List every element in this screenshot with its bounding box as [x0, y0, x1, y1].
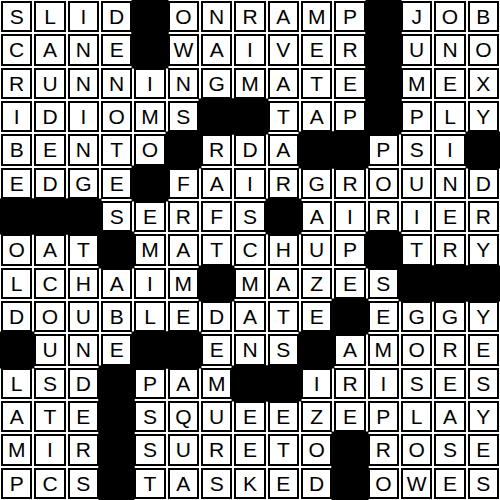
letter-cell-r5c9[interactable]: A — [268, 134, 299, 165]
block-cell-r9c7 — [200, 267, 233, 300]
letter-cell-r15c12[interactable]: O — [368, 468, 399, 499]
letter-cell-r13c2[interactable]: T — [34, 401, 65, 432]
letter-cell-r12c15[interactable]: S — [468, 368, 499, 399]
letter-cell-r12c1[interactable]: L — [1, 368, 32, 399]
letter-cell-r3c5[interactable]: I — [134, 68, 165, 99]
letter-cell-r13c8[interactable]: E — [234, 401, 265, 432]
letter-cell-r12c7[interactable]: M — [201, 368, 232, 399]
letter-cell-r4c10[interactable]: A — [301, 101, 332, 132]
letter-cell-r3c9[interactable]: A — [268, 68, 299, 99]
block-cell-r11c10 — [300, 333, 333, 366]
letter-cell-r7c14[interactable]: E — [434, 201, 465, 232]
letter-cell-r14c15[interactable]: E — [468, 434, 499, 465]
letter-cell-r2c1[interactable]: C — [1, 34, 32, 65]
block-cell-r7c1 — [0, 200, 33, 233]
letter-cell-r10c9[interactable]: T — [268, 301, 299, 332]
letter-cell-r7c8[interactable]: S — [234, 201, 265, 232]
letter-cell-r7c10[interactable]: A — [301, 201, 332, 232]
letter-cell-r13c10[interactable]: Z — [301, 401, 332, 432]
letter-cell-r5c1[interactable]: B — [1, 134, 32, 165]
letter-cell-r15c3[interactable]: S — [68, 468, 99, 499]
letter-cell-r10c14[interactable]: G — [434, 301, 465, 332]
letter-cell-r5c4[interactable]: T — [101, 134, 132, 165]
letter-cell-r5c3[interactable]: N — [68, 134, 99, 165]
block-cell-r4c12 — [367, 100, 400, 133]
letter-cell-r3c10[interactable]: T — [301, 68, 332, 99]
letter-cell-r6c8[interactable]: I — [234, 168, 265, 199]
letter-cell-r4c11[interactable]: P — [334, 101, 365, 132]
letter-cell-r11c7[interactable]: E — [201, 334, 232, 365]
block-cell-r4c8 — [233, 100, 266, 133]
block-cell-r12c4 — [100, 367, 133, 400]
letter-cell-r7c15[interactable]: R — [468, 201, 499, 232]
letter-cell-r1c13[interactable]: J — [401, 1, 432, 32]
letter-cell-r4c2[interactable]: D — [34, 101, 65, 132]
letter-cell-r11c2[interactable]: U — [34, 334, 65, 365]
letter-cell-r10c1[interactable]: D — [1, 301, 32, 332]
letter-cell-r9c11[interactable]: E — [334, 268, 365, 299]
letter-cell-r15c10[interactable]: D — [301, 468, 332, 499]
letter-cell-r6c9[interactable]: R — [268, 168, 299, 199]
crossword-grid: SLIDONRAMPJOBCANEWAIVERUNORUNNINGMATEMEX… — [0, 0, 500, 500]
letter-cell-r8c11[interactable]: P — [334, 234, 365, 265]
letter-cell-r1c10[interactable]: M — [301, 1, 332, 32]
letter-cell-r5c12[interactable]: P — [368, 134, 399, 165]
letter-cell-r11c12[interactable]: M — [368, 334, 399, 365]
letter-cell-r1c15[interactable]: B — [468, 1, 499, 32]
block-cell-r1c5 — [133, 0, 166, 33]
letter-cell-r3c7[interactable]: G — [201, 68, 232, 99]
letter-cell-r1c11[interactable]: P — [334, 1, 365, 32]
letter-cell-r14c7[interactable]: R — [201, 434, 232, 465]
letter-cell-r10c4[interactable]: B — [101, 301, 132, 332]
block-cell-r7c9 — [267, 200, 300, 233]
letter-cell-r6c12[interactable]: O — [368, 168, 399, 199]
letter-cell-r7c11[interactable]: I — [334, 201, 365, 232]
letter-cell-r13c3[interactable]: E — [68, 401, 99, 432]
block-cell-r4c7 — [200, 100, 233, 133]
block-cell-r12c8 — [233, 367, 266, 400]
letter-cell-r10c6[interactable]: E — [168, 301, 199, 332]
letter-cell-r8c14[interactable]: R — [434, 234, 465, 265]
letter-cell-r2c8[interactable]: I — [234, 34, 265, 65]
letter-cell-r10c5[interactable]: L — [134, 301, 165, 332]
letter-cell-r8c7[interactable]: T — [201, 234, 232, 265]
letter-cell-r5c2[interactable]: E — [34, 134, 65, 165]
letter-cell-r6c6[interactable]: F — [168, 168, 199, 199]
block-cell-r3c12 — [367, 67, 400, 100]
letter-cell-r13c14[interactable]: A — [434, 401, 465, 432]
letter-cell-r4c14[interactable]: L — [434, 101, 465, 132]
letter-cell-r5c5[interactable]: O — [134, 134, 165, 165]
letter-cell-r2c4[interactable]: E — [101, 34, 132, 65]
block-cell-r9c13 — [400, 267, 433, 300]
letter-cell-r4c1[interactable]: I — [1, 101, 32, 132]
letter-cell-r1c14[interactable]: O — [434, 1, 465, 32]
letter-cell-r4c13[interactable]: P — [401, 101, 432, 132]
letter-cell-r9c1[interactable]: L — [1, 268, 32, 299]
letter-cell-r2c3[interactable]: N — [68, 34, 99, 65]
letter-cell-r3c13[interactable]: M — [401, 68, 432, 99]
letter-cell-r14c12[interactable]: R — [368, 434, 399, 465]
letter-cell-r14c9[interactable]: T — [268, 434, 299, 465]
letter-cell-r2c11[interactable]: R — [334, 34, 365, 65]
letter-cell-r7c13[interactable]: I — [401, 201, 432, 232]
letter-cell-r10c8[interactable]: A — [234, 301, 265, 332]
block-cell-r10c11 — [333, 300, 366, 333]
letter-cell-r15c6[interactable]: A — [168, 468, 199, 499]
letter-cell-r8c6[interactable]: A — [168, 234, 199, 265]
letter-cell-r4c3[interactable]: I — [68, 101, 99, 132]
letter-cell-r15c13[interactable]: W — [401, 468, 432, 499]
letter-cell-r12c14[interactable]: E — [434, 368, 465, 399]
letter-cell-r2c7[interactable]: A — [201, 34, 232, 65]
letter-cell-r14c14[interactable]: S — [434, 434, 465, 465]
letter-cell-r8c15[interactable]: Y — [468, 234, 499, 265]
letter-cell-r3c3[interactable]: N — [68, 68, 99, 99]
letter-cell-r4c9[interactable]: T — [268, 101, 299, 132]
block-cell-r2c5 — [133, 33, 166, 66]
letter-cell-r1c9[interactable]: A — [268, 1, 299, 32]
letter-cell-r6c1[interactable]: E — [1, 168, 32, 199]
letter-cell-r14c2[interactable]: I — [34, 434, 65, 465]
letter-cell-r4c5[interactable]: M — [134, 101, 165, 132]
letter-cell-r8c10[interactable]: U — [301, 234, 332, 265]
letter-cell-r3c1[interactable]: R — [1, 68, 32, 99]
letter-cell-r1c7[interactable]: N — [201, 1, 232, 32]
letter-cell-r9c9[interactable]: A — [268, 268, 299, 299]
letter-cell-r15c14[interactable]: E — [434, 468, 465, 499]
letter-cell-r11c11[interactable]: A — [334, 334, 365, 365]
letter-cell-r11c9[interactable]: S — [268, 334, 299, 365]
letter-cell-r10c2[interactable]: O — [34, 301, 65, 332]
block-cell-r11c1 — [0, 333, 33, 366]
letter-cell-r14c6[interactable]: U — [168, 434, 199, 465]
letter-cell-r13c15[interactable]: Y — [468, 401, 499, 432]
letter-cell-r10c12[interactable]: E — [368, 301, 399, 332]
letter-cell-r3c15[interactable]: X — [468, 68, 499, 99]
letter-cell-r6c13[interactable]: U — [401, 168, 432, 199]
letter-cell-r1c4[interactable]: D — [101, 1, 132, 32]
letter-cell-r14c8[interactable]: E — [234, 434, 265, 465]
block-cell-r7c3 — [67, 200, 100, 233]
letter-cell-r5c13[interactable]: S — [401, 134, 432, 165]
letter-cell-r15c5[interactable]: T — [134, 468, 165, 499]
letter-cell-r1c2[interactable]: L — [34, 1, 65, 32]
letter-cell-r10c15[interactable]: Y — [468, 301, 499, 332]
letter-cell-r15c8[interactable]: K — [234, 468, 265, 499]
letter-cell-r7c7[interactable]: F — [201, 201, 232, 232]
letter-cell-r4c15[interactable]: Y — [468, 101, 499, 132]
letter-cell-r4c6[interactable]: S — [168, 101, 199, 132]
letter-cell-r15c2[interactable]: C — [34, 468, 65, 499]
letter-cell-r8c5[interactable]: M — [134, 234, 165, 265]
letter-cell-r4c4[interactable]: O — [101, 101, 132, 132]
block-cell-r11c6 — [167, 333, 200, 366]
letter-cell-r6c10[interactable]: G — [301, 168, 332, 199]
letter-cell-r9c5[interactable]: I — [134, 268, 165, 299]
letter-cell-r5c14[interactable]: I — [434, 134, 465, 165]
letter-cell-r12c6[interactable]: A — [168, 368, 199, 399]
letter-cell-r11c4[interactable]: E — [101, 334, 132, 365]
letter-cell-r6c14[interactable]: N — [434, 168, 465, 199]
letter-cell-r12c3[interactable]: D — [68, 368, 99, 399]
letter-cell-r13c12[interactable]: P — [368, 401, 399, 432]
letter-cell-r8c1[interactable]: O — [1, 234, 32, 265]
letter-cell-r11c8[interactable]: N — [234, 334, 265, 365]
letter-cell-r13c7[interactable]: U — [201, 401, 232, 432]
block-cell-r9c14 — [433, 267, 466, 300]
letter-cell-r6c7[interactable]: A — [201, 168, 232, 199]
letter-cell-r13c1[interactable]: A — [1, 401, 32, 432]
letter-cell-r15c9[interactable]: E — [268, 468, 299, 499]
block-cell-r14c4 — [100, 433, 133, 466]
letter-cell-r10c7[interactable]: D — [201, 301, 232, 332]
letter-cell-r2c10[interactable]: E — [301, 34, 332, 65]
letter-cell-r14c13[interactable]: O — [401, 434, 432, 465]
block-cell-r8c4 — [100, 233, 133, 266]
letter-cell-r6c2[interactable]: D — [34, 168, 65, 199]
letter-cell-r5c8[interactable]: D — [234, 134, 265, 165]
letter-cell-r5c7[interactable]: R — [201, 134, 232, 165]
letter-cell-r15c1[interactable]: P — [1, 468, 32, 499]
letter-cell-r6c3[interactable]: G — [68, 168, 99, 199]
block-cell-r1c12 — [367, 0, 400, 33]
letter-cell-r12c5[interactable]: P — [134, 368, 165, 399]
letter-cell-r12c13[interactable]: S — [401, 368, 432, 399]
letter-cell-r15c15[interactable]: S — [468, 468, 499, 499]
letter-cell-r1c1[interactable]: S — [1, 1, 32, 32]
letter-cell-r7c12[interactable]: R — [368, 201, 399, 232]
letter-cell-r14c1[interactable]: M — [1, 434, 32, 465]
letter-cell-r7c5[interactable]: E — [134, 201, 165, 232]
letter-cell-r13c6[interactable]: Q — [168, 401, 199, 432]
letter-cell-r9c6[interactable]: M — [168, 268, 199, 299]
block-cell-r15c4 — [100, 467, 133, 500]
letter-cell-r13c11[interactable]: E — [334, 401, 365, 432]
letter-cell-r3c14[interactable]: E — [434, 68, 465, 99]
letter-cell-r12c11[interactable]: R — [334, 368, 365, 399]
letter-cell-r3c8[interactable]: M — [234, 68, 265, 99]
letter-cell-r13c9[interactable]: E — [268, 401, 299, 432]
letter-cell-r7c4[interactable]: S — [101, 201, 132, 232]
letter-cell-r7c6[interactable]: R — [168, 201, 199, 232]
letter-cell-r2c13[interactable]: U — [401, 34, 432, 65]
letter-cell-r10c10[interactable]: E — [301, 301, 332, 332]
block-cell-r2c12 — [367, 33, 400, 66]
letter-cell-r8c8[interactable]: C — [234, 234, 265, 265]
block-cell-r13c4 — [100, 400, 133, 433]
letter-cell-r13c5[interactable]: S — [134, 401, 165, 432]
letter-cell-r8c3[interactable]: T — [68, 234, 99, 265]
block-cell-r5c15 — [467, 133, 500, 166]
letter-cell-r6c11[interactable]: R — [334, 168, 365, 199]
letter-cell-r1c8[interactable]: R — [234, 1, 265, 32]
letter-cell-r8c9[interactable]: H — [268, 234, 299, 265]
letter-cell-r11c3[interactable]: N — [68, 334, 99, 365]
letter-cell-r9c3[interactable]: H — [68, 268, 99, 299]
letter-cell-r9c4[interactable]: A — [101, 268, 132, 299]
letter-cell-r12c10[interactable]: I — [301, 368, 332, 399]
letter-cell-r3c11[interactable]: E — [334, 68, 365, 99]
letter-cell-r2c14[interactable]: N — [434, 34, 465, 65]
block-cell-r15c11 — [333, 467, 366, 500]
block-cell-r5c11 — [333, 133, 366, 166]
block-cell-r6c5 — [133, 167, 166, 200]
letter-cell-r6c15[interactable]: D — [468, 168, 499, 199]
letter-cell-r8c13[interactable]: T — [401, 234, 432, 265]
letter-cell-r2c9[interactable]: V — [268, 34, 299, 65]
letter-cell-r11c15[interactable]: E — [468, 334, 499, 365]
block-cell-r5c10 — [300, 133, 333, 166]
letter-cell-r8c2[interactable]: A — [34, 234, 65, 265]
letter-cell-r3c4[interactable]: N — [101, 68, 132, 99]
letter-cell-r11c14[interactable]: R — [434, 334, 465, 365]
block-cell-r9c15 — [467, 267, 500, 300]
letter-cell-r2c15[interactable]: O — [468, 34, 499, 65]
letter-cell-r1c3[interactable]: I — [68, 1, 99, 32]
letter-cell-r2c2[interactable]: A — [34, 34, 65, 65]
letter-cell-r9c12[interactable]: S — [368, 268, 399, 299]
letter-cell-r14c3[interactable]: R — [68, 434, 99, 465]
block-cell-r7c2 — [33, 200, 66, 233]
letter-cell-r2c6[interactable]: W — [168, 34, 199, 65]
letter-cell-r14c5[interactable]: S — [134, 434, 165, 465]
letter-cell-r12c12[interactable]: I — [368, 368, 399, 399]
letter-cell-r14c10[interactable]: O — [301, 434, 332, 465]
letter-cell-r10c3[interactable]: U — [68, 301, 99, 332]
letter-cell-r6c4[interactable]: E — [101, 168, 132, 199]
block-cell-r5c6 — [167, 133, 200, 166]
letter-cell-r15c7[interactable]: S — [201, 468, 232, 499]
letter-cell-r9c8[interactable]: M — [234, 268, 265, 299]
letter-cell-r13c13[interactable]: L — [401, 401, 432, 432]
letter-cell-r12c2[interactable]: S — [34, 368, 65, 399]
letter-cell-r3c6[interactable]: N — [168, 68, 199, 99]
letter-cell-r1c6[interactable]: O — [168, 1, 199, 32]
letter-cell-r9c10[interactable]: Z — [301, 268, 332, 299]
block-cell-r12c9 — [267, 367, 300, 400]
block-cell-r14c11 — [333, 433, 366, 466]
block-cell-r11c5 — [133, 333, 166, 366]
letter-cell-r9c2[interactable]: C — [34, 268, 65, 299]
letter-cell-r11c13[interactable]: O — [401, 334, 432, 365]
letter-cell-r10c13[interactable]: G — [401, 301, 432, 332]
letter-cell-r3c2[interactable]: U — [34, 68, 65, 99]
block-cell-r8c12 — [367, 233, 400, 266]
